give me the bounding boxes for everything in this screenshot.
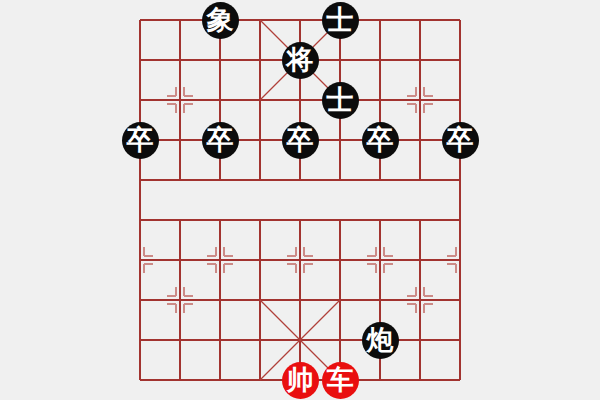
piece-black-soldier-3[interactable]: 卒: [282, 122, 319, 159]
board-point: 卒: [120, 120, 160, 160]
board-point: 帅: [280, 360, 320, 400]
piece-black-advisor-2[interactable]: 士: [322, 82, 359, 119]
xiangqi-board-screenshot: 象士将士卒卒卒卒卒炮帅车: [0, 0, 600, 400]
board-point: 炮: [360, 320, 400, 360]
board-point: 将: [280, 40, 320, 80]
piece-black-elephant[interactable]: 象: [202, 2, 239, 39]
board-point: 卒: [360, 120, 400, 160]
piece-layer: 象士将士卒卒卒卒卒炮帅车: [120, 0, 480, 400]
piece-black-cannon[interactable]: 炮: [362, 322, 399, 359]
piece-black-soldier-4[interactable]: 卒: [362, 122, 399, 159]
piece-black-soldier-5[interactable]: 卒: [442, 122, 479, 159]
piece-black-soldier-2[interactable]: 卒: [202, 122, 239, 159]
piece-black-advisor-1[interactable]: 士: [322, 2, 359, 39]
board-point: 士: [320, 80, 360, 120]
board-point: 卒: [200, 120, 240, 160]
board-point: 士: [320, 0, 360, 40]
board-point: 卒: [280, 120, 320, 160]
piece-black-soldier-1[interactable]: 卒: [122, 122, 159, 159]
piece-red-chariot[interactable]: 车: [322, 362, 359, 399]
piece-red-general[interactable]: 帅: [282, 362, 319, 399]
piece-black-general[interactable]: 将: [282, 42, 319, 79]
board-point: 象: [200, 0, 240, 40]
board-point: 卒: [440, 120, 480, 160]
board-point: 车: [320, 360, 360, 400]
